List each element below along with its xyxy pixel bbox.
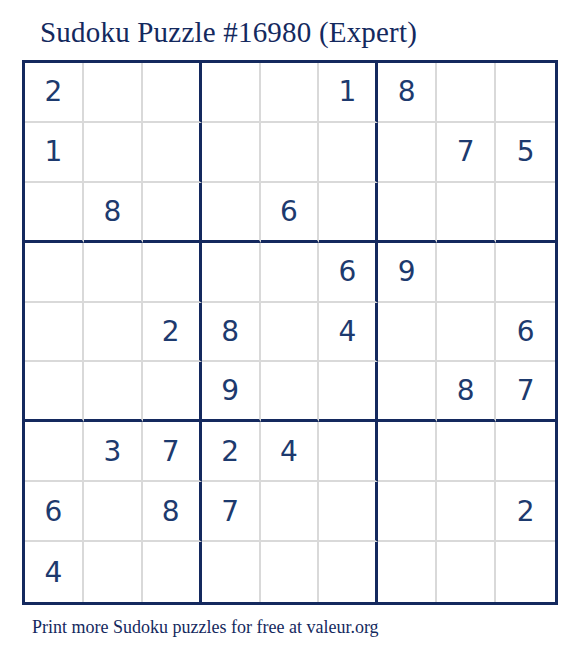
cell-r8c6 <box>319 482 378 542</box>
cell-r4c5 <box>261 243 320 303</box>
cell-r3c1 <box>25 183 84 243</box>
cell-r3c5: 6 <box>261 183 320 243</box>
cell-r7c9 <box>496 422 555 482</box>
cell-r9c4 <box>202 542 261 602</box>
cell-r6c9: 7 <box>496 362 555 422</box>
cell-r4c3 <box>143 243 202 303</box>
page-title: Sudoku Puzzle #16980 (Expert) <box>40 14 580 50</box>
cell-r5c9: 6 <box>496 303 555 363</box>
cell-r7c5: 4 <box>261 422 320 482</box>
cell-r6c7 <box>378 362 437 422</box>
cell-r5c1 <box>25 303 84 363</box>
cell-r2c4 <box>202 123 261 183</box>
cell-r3c6 <box>319 183 378 243</box>
cell-r2c2 <box>84 123 143 183</box>
cell-r1c6: 1 <box>319 63 378 123</box>
cell-r2c9: 5 <box>496 123 555 183</box>
cell-r1c1: 2 <box>25 63 84 123</box>
cell-r7c1 <box>25 422 84 482</box>
cell-r3c3 <box>143 183 202 243</box>
cell-r3c2: 8 <box>84 183 143 243</box>
cell-r8c2 <box>84 482 143 542</box>
cell-r7c3: 7 <box>143 422 202 482</box>
cell-r1c8 <box>437 63 496 123</box>
cell-r4c4 <box>202 243 261 303</box>
cell-r2c5 <box>261 123 320 183</box>
sudoku-board: 21817586692846987372468724 <box>22 60 558 605</box>
cell-r7c2: 3 <box>84 422 143 482</box>
cell-r2c7 <box>378 123 437 183</box>
cell-r9c9 <box>496 542 555 602</box>
cell-r1c5 <box>261 63 320 123</box>
cell-r1c2 <box>84 63 143 123</box>
cell-r8c4: 7 <box>202 482 261 542</box>
cell-r3c4 <box>202 183 261 243</box>
cell-r2c1: 1 <box>25 123 84 183</box>
cell-r8c9: 2 <box>496 482 555 542</box>
cell-r6c8: 8 <box>437 362 496 422</box>
cell-r8c1: 6 <box>25 482 84 542</box>
cell-r9c7 <box>378 542 437 602</box>
cell-r2c3 <box>143 123 202 183</box>
cell-r4c9 <box>496 243 555 303</box>
cell-r4c6: 6 <box>319 243 378 303</box>
cell-r9c1: 4 <box>25 542 84 602</box>
cell-r5c2 <box>84 303 143 363</box>
cell-r6c4: 9 <box>202 362 261 422</box>
cell-r5c7 <box>378 303 437 363</box>
cell-r6c2 <box>84 362 143 422</box>
cell-r1c7: 8 <box>378 63 437 123</box>
cell-r5c6: 4 <box>319 303 378 363</box>
cell-r8c5 <box>261 482 320 542</box>
cell-r3c9 <box>496 183 555 243</box>
cell-r5c5 <box>261 303 320 363</box>
cell-r8c3: 8 <box>143 482 202 542</box>
cell-r9c6 <box>319 542 378 602</box>
cell-r8c8 <box>437 482 496 542</box>
cell-r9c2 <box>84 542 143 602</box>
cell-r4c1 <box>25 243 84 303</box>
cell-r6c6 <box>319 362 378 422</box>
cell-r3c8 <box>437 183 496 243</box>
cell-r1c3 <box>143 63 202 123</box>
cell-r2c6 <box>319 123 378 183</box>
cell-r7c7 <box>378 422 437 482</box>
cell-r1c9 <box>496 63 555 123</box>
cell-r7c8 <box>437 422 496 482</box>
cell-r4c8 <box>437 243 496 303</box>
cell-r4c7: 9 <box>378 243 437 303</box>
cell-r5c4: 8 <box>202 303 261 363</box>
cell-r6c5 <box>261 362 320 422</box>
cell-r5c3: 2 <box>143 303 202 363</box>
cell-r3c7 <box>378 183 437 243</box>
cell-r9c3 <box>143 542 202 602</box>
cell-r5c8 <box>437 303 496 363</box>
cell-r2c8: 7 <box>437 123 496 183</box>
footer-note: Print more Sudoku puzzles for free at va… <box>32 617 379 638</box>
cell-r7c4: 2 <box>202 422 261 482</box>
cell-r7c6 <box>319 422 378 482</box>
cell-r1c4 <box>202 63 261 123</box>
cell-r8c7 <box>378 482 437 542</box>
cell-r9c8 <box>437 542 496 602</box>
cell-r4c2 <box>84 243 143 303</box>
cell-r9c5 <box>261 542 320 602</box>
cell-r6c1 <box>25 362 84 422</box>
cell-r6c3 <box>143 362 202 422</box>
